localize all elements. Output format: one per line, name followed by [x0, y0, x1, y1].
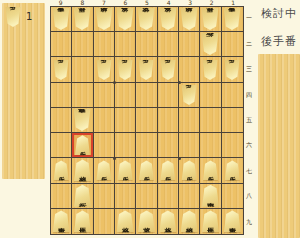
piece-kanji: 歩兵: [185, 169, 193, 171]
board-cell-4-8[interactable]: [158, 184, 179, 209]
gote-piece-飛車[interactable]: 飛車: [73, 109, 91, 131]
board-cell-3-3[interactable]: [179, 57, 200, 82]
piece-kanji: 金将: [121, 220, 129, 222]
board-cell-8-4[interactable]: [72, 83, 93, 108]
sente-piece-桂馬[interactable]: 桂馬: [73, 210, 91, 232]
board-cell-4-7[interactable]: 歩兵: [158, 158, 179, 183]
board-cell-9-6[interactable]: [51, 133, 72, 158]
board-cell-9-2[interactable]: [51, 32, 72, 57]
board-cell-5-2[interactable]: [136, 32, 157, 57]
board-cell-4-5[interactable]: [158, 108, 179, 133]
gote-hand-group: 歩兵 1: [5, 7, 42, 27]
board-cell-2-9[interactable]: 桂馬: [200, 209, 221, 234]
gote-piece-角行[interactable]: 角行: [201, 33, 219, 55]
board-cell-7-1[interactable]: 銀将: [94, 7, 115, 32]
board-cell-4-1[interactable]: 金将: [158, 7, 179, 32]
board-cell-7-2[interactable]: [94, 32, 115, 57]
gote-piece-香車[interactable]: 香車: [223, 8, 241, 30]
board-cell-1-5[interactable]: [222, 108, 243, 133]
board-cell-9-7[interactable]: 歩兵: [51, 158, 72, 183]
piece-kanji: 金将: [164, 18, 172, 20]
board-cell-1-9[interactable]: 香車: [222, 209, 243, 234]
board-cell-6-1[interactable]: 金将: [115, 7, 136, 32]
piece-kanji: 歩兵: [164, 169, 172, 171]
board-cell-6-5[interactable]: [115, 108, 136, 133]
file-labels: 987654321: [50, 0, 244, 6]
board-cell-8-5[interactable]: 飛車: [72, 108, 93, 133]
piece-kanji: 金将: [121, 18, 129, 20]
sente-piece-歩兵[interactable]: 歩兵: [224, 160, 240, 180]
piece-kanji: 桂馬: [207, 18, 215, 20]
piece-kanji: 角行: [207, 43, 215, 45]
board-cell-7-4[interactable]: [94, 83, 115, 108]
sente-piece-飛車[interactable]: 飛車: [201, 185, 219, 207]
board-cell-4-9[interactable]: 金将: [158, 209, 179, 234]
piece-kanji: 飛車: [79, 119, 87, 121]
board-cell-6-3[interactable]: 歩兵: [115, 57, 136, 82]
gote-piece-歩兵[interactable]: 歩兵: [181, 85, 197, 105]
board-cell-4-3[interactable]: 歩兵: [158, 57, 179, 82]
board-cell-1-4[interactable]: [222, 83, 243, 108]
piece-kanji: 銀将: [185, 220, 193, 222]
gote-piece-王将[interactable]: 王将: [137, 8, 155, 30]
board-cell-6-4[interactable]: [115, 83, 136, 108]
rank-label: 七: [245, 159, 253, 184]
board-cell-8-9[interactable]: 桂馬: [72, 209, 93, 234]
sente-piece-玉将[interactable]: 玉将: [137, 210, 155, 232]
file-label: 8: [72, 0, 94, 6]
board-cell-2-2[interactable]: 角行: [200, 32, 221, 57]
piece-kanji: 歩兵: [207, 69, 215, 71]
board-cell-5-3[interactable]: 歩兵: [136, 57, 157, 82]
board-cell-9-1[interactable]: 香車: [51, 7, 72, 32]
board-cell-2-5[interactable]: [200, 108, 221, 133]
piece-kanji: 桂馬: [79, 220, 87, 222]
piece-kanji: 王将: [143, 18, 151, 20]
piece-kanji: 飛車: [207, 195, 215, 197]
gote-piece-歩兵[interactable]: 歩兵: [117, 60, 133, 80]
board-cell-1-3[interactable]: 歩兵: [222, 57, 243, 82]
piece-kanji: 歩兵: [143, 69, 151, 71]
piece-kanji: 銀将: [100, 18, 108, 20]
board-cell-9-8[interactable]: [51, 184, 72, 209]
sente-piece-歩兵[interactable]: 歩兵: [74, 135, 90, 155]
rank-label: 八: [245, 184, 253, 209]
file-label: 5: [136, 0, 158, 6]
rank-label: 三: [245, 57, 253, 82]
sente-piece-stand: [258, 54, 300, 238]
board-cell-9-5[interactable]: [51, 108, 72, 133]
board-cell-2-4[interactable]: [200, 83, 221, 108]
sente-piece-歩兵[interactable]: 歩兵: [202, 160, 218, 180]
board: 香車桂馬銀将金将王将金将銀将桂馬香車角行歩兵歩兵歩兵歩兵歩兵歩兵歩兵歩兵飛車歩兵…: [50, 6, 244, 235]
gote-piece-桂馬[interactable]: 桂馬: [201, 8, 219, 30]
gote-hand-pawn-count: 1: [26, 11, 32, 22]
board-cell-6-9[interactable]: 金将: [115, 209, 136, 234]
board-cell-7-6[interactable]: [94, 133, 115, 158]
board-cell-6-2[interactable]: [115, 32, 136, 57]
board-cell-7-9[interactable]: [94, 209, 115, 234]
board-cell-5-6[interactable]: [136, 133, 157, 158]
board-cell-5-4[interactable]: [136, 83, 157, 108]
piece-kanji: 桂馬: [207, 220, 215, 222]
sente-piece-銀将[interactable]: 銀将: [73, 159, 91, 181]
board-cell-9-4[interactable]: [51, 83, 72, 108]
rank-label: 五: [245, 108, 253, 133]
piece-kanji: 歩兵: [185, 94, 193, 96]
board-cell-3-9[interactable]: 銀将: [179, 209, 200, 234]
board-cell-4-4[interactable]: [158, 83, 179, 108]
sente-piece-桂馬[interactable]: 桂馬: [201, 210, 219, 232]
board-cell-9-9[interactable]: 香車: [51, 209, 72, 234]
rank-label: 九: [245, 210, 253, 235]
board-cell-7-3[interactable]: 歩兵: [94, 57, 115, 82]
file-label: 3: [179, 0, 201, 6]
gote-piece-歩兵[interactable]: 歩兵: [138, 60, 154, 80]
board-cell-5-1[interactable]: 王将: [136, 7, 157, 32]
board-cell-6-6[interactable]: [115, 133, 136, 158]
piece-kanji: 玉将: [143, 220, 151, 222]
board-cell-3-5[interactable]: [179, 108, 200, 133]
board-cell-2-6[interactable]: [200, 133, 221, 158]
turn-indicator: 後手番: [261, 34, 297, 49]
gote-piece-金将[interactable]: 金将: [159, 8, 177, 30]
sente-piece-香車[interactable]: 香車: [52, 210, 70, 232]
file-label: 6: [115, 0, 137, 6]
board-cell-8-1[interactable]: 桂馬: [72, 7, 93, 32]
board-cell-8-2[interactable]: [72, 32, 93, 57]
piece-kanji: 香車: [229, 18, 237, 20]
piece-kanji: 歩兵: [229, 169, 237, 171]
rank-label: 六: [245, 133, 253, 158]
piece-kanji: 角行: [79, 195, 87, 197]
file-label: 9: [50, 0, 72, 6]
board-cell-6-8[interactable]: [115, 184, 136, 209]
board-cell-5-8[interactable]: [136, 184, 157, 209]
rank-label: 一: [245, 6, 253, 31]
board-cell-8-7[interactable]: 銀将: [72, 158, 93, 183]
gote-piece-香車[interactable]: 香車: [52, 8, 70, 30]
rank-label: 二: [245, 31, 253, 56]
sente-piece-歩兵[interactable]: 歩兵: [160, 160, 176, 180]
sente-piece-歩兵[interactable]: 歩兵: [117, 160, 133, 180]
gote-piece-歩兵[interactable]: 歩兵: [53, 60, 69, 80]
shogi-analysis-screen: 歩兵 1 987654321 香車桂馬銀将金将王将金将銀将桂馬香車角行歩兵歩兵歩…: [0, 0, 300, 238]
piece-kanji: 歩兵: [100, 69, 108, 71]
board-cell-2-7[interactable]: 歩兵: [200, 158, 221, 183]
file-label: 4: [158, 0, 180, 6]
piece-kanji: 歩兵: [164, 69, 172, 71]
piece-kanji: 歩兵: [57, 169, 65, 171]
gote-piece-歩兵[interactable]: 歩兵: [202, 60, 218, 80]
piece-kanji: 銀将: [185, 18, 193, 20]
sente-piece-歩兵[interactable]: 歩兵: [53, 160, 69, 180]
piece-kanji: 歩兵: [121, 169, 129, 171]
gote-piece-歩兵[interactable]: 歩兵: [160, 60, 176, 80]
rank-labels: 一二三四五六七八九: [245, 6, 253, 235]
board-cell-4-6[interactable]: [158, 133, 179, 158]
board-cell-3-2[interactable]: [179, 32, 200, 57]
piece-kanji: 香車: [57, 18, 65, 20]
gote-piece-金将[interactable]: 金将: [116, 8, 134, 30]
piece-kanji: 歩兵: [207, 169, 215, 171]
board-cell-1-1[interactable]: 香車: [222, 7, 243, 32]
board-cell-8-8[interactable]: 角行: [72, 184, 93, 209]
file-label: 1: [222, 0, 244, 6]
board-cell-3-6[interactable]: [179, 133, 200, 158]
board-cell-3-1[interactable]: 銀将: [179, 7, 200, 32]
sente-piece-香車[interactable]: 香車: [223, 210, 241, 232]
board-cell-2-1[interactable]: 桂馬: [200, 7, 221, 32]
gote-piece-歩兵[interactable]: 歩兵: [224, 60, 240, 80]
gote-piece-歩兵[interactable]: 歩兵: [96, 60, 112, 80]
board-cell-7-5[interactable]: [94, 108, 115, 133]
piece-kanji: 香車: [57, 220, 65, 222]
board-cell-1-8[interactable]: [222, 184, 243, 209]
sente-piece-金将[interactable]: 金将: [159, 210, 177, 232]
board-cell-1-2[interactable]: [222, 32, 243, 57]
sente-piece-歩兵[interactable]: 歩兵: [138, 160, 154, 180]
board-cell-2-8[interactable]: 飛車: [200, 184, 221, 209]
piece-kanji: 金将: [164, 220, 172, 222]
hoshi-dot: [178, 157, 181, 160]
gote-piece-stand: 歩兵 1: [2, 3, 45, 179]
piece-kanji: 歩兵: [121, 69, 129, 71]
board-area: 987654321 香車桂馬銀将金将王将金将銀将桂馬香車角行歩兵歩兵歩兵歩兵歩兵…: [50, 6, 244, 235]
board-cell-1-6[interactable]: [222, 133, 243, 158]
file-label: 7: [93, 0, 115, 6]
hoshi-dot: [113, 157, 116, 160]
gote-piece-銀将[interactable]: 銀将: [180, 8, 198, 30]
board-cell-2-3[interactable]: 歩兵: [200, 57, 221, 82]
piece-kanji: 香車: [229, 220, 237, 222]
board-cell-1-7[interactable]: 歩兵: [222, 158, 243, 183]
board-cell-3-4[interactable]: 歩兵: [179, 83, 200, 108]
board-cell-9-3[interactable]: 歩兵: [51, 57, 72, 82]
board-cell-3-7[interactable]: 歩兵: [179, 158, 200, 183]
piece-kanji: 歩兵: [9, 16, 17, 18]
board-cell-5-5[interactable]: [136, 108, 157, 133]
board-cell-6-7[interactable]: 歩兵: [115, 158, 136, 183]
piece-kanji: 銀将: [79, 169, 87, 171]
file-label: 2: [201, 0, 223, 6]
status-label: 検討中: [261, 6, 297, 21]
board-cell-5-7[interactable]: 歩兵: [136, 158, 157, 183]
gote-piece-銀将[interactable]: 銀将: [95, 8, 113, 30]
sente-piece-角行[interactable]: 角行: [73, 185, 91, 207]
board-cell-8-6[interactable]: 歩兵: [72, 133, 93, 158]
piece-kanji: 歩兵: [57, 69, 65, 71]
gote-hand-pawn-piece[interactable]: 歩兵: [5, 7, 21, 27]
sente-piece-金将[interactable]: 金将: [116, 210, 134, 232]
hoshi-dot: [113, 81, 116, 84]
hoshi-dot: [178, 81, 181, 84]
piece-kanji: 歩兵: [143, 169, 151, 171]
piece-kanji: 桂馬: [79, 18, 87, 20]
board-cell-3-8[interactable]: [179, 184, 200, 209]
sente-piece-銀将[interactable]: 銀将: [180, 210, 198, 232]
sente-piece-歩兵[interactable]: 歩兵: [96, 160, 112, 180]
board-cell-7-8[interactable]: [94, 184, 115, 209]
sente-piece-歩兵[interactable]: 歩兵: [181, 160, 197, 180]
piece-kanji: 歩兵: [100, 169, 108, 171]
board-cell-5-9[interactable]: 玉将: [136, 209, 157, 234]
board-cell-8-3[interactable]: [72, 57, 93, 82]
board-cell-7-7[interactable]: 歩兵: [94, 158, 115, 183]
piece-kanji: 歩兵: [79, 144, 87, 146]
gote-piece-桂馬[interactable]: 桂馬: [73, 8, 91, 30]
board-cell-4-2[interactable]: [158, 32, 179, 57]
piece-kanji: 歩兵: [229, 69, 237, 71]
rank-label: 四: [245, 82, 253, 107]
